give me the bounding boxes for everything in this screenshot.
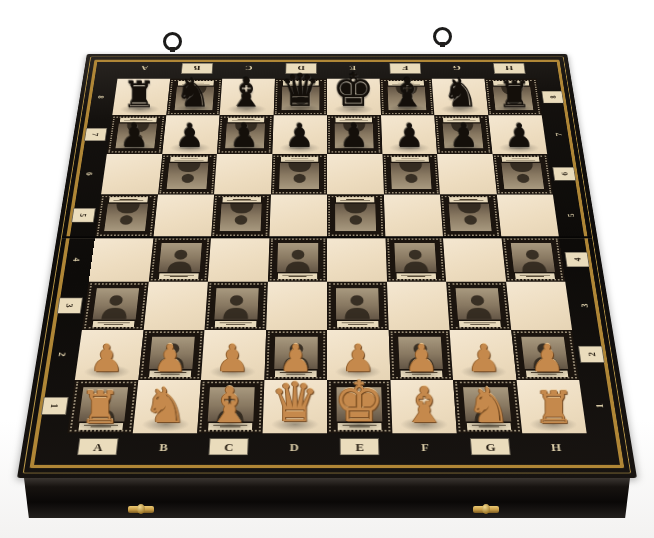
square-h6[interactable] bbox=[492, 154, 553, 194]
portrait-art bbox=[327, 194, 385, 237]
square-h8[interactable]: ♜ bbox=[484, 79, 542, 116]
black-rook[interactable]: ♜ bbox=[123, 77, 156, 114]
square-f4[interactable] bbox=[385, 237, 446, 282]
file-label-bottom-g: G bbox=[470, 438, 511, 455]
square-a2[interactable]: ♟ bbox=[75, 330, 143, 380]
square-h7[interactable]: ♟ bbox=[488, 115, 547, 153]
square-b7[interactable]: ♟ bbox=[162, 115, 220, 153]
black-king[interactable]: ♚ bbox=[333, 67, 375, 113]
portrait-art bbox=[385, 237, 446, 282]
black-pawn[interactable]: ♟ bbox=[175, 119, 205, 152]
brass-latch-icon bbox=[128, 506, 154, 513]
file-label-top-g: G bbox=[441, 63, 473, 74]
square-d3[interactable] bbox=[266, 282, 327, 330]
file-label-bottom-a: A bbox=[77, 438, 118, 455]
square-c7[interactable]: ♟ bbox=[217, 115, 273, 153]
portrait-art bbox=[138, 330, 205, 380]
square-c8[interactable]: ♝ bbox=[220, 79, 275, 116]
portrait-art bbox=[67, 380, 138, 433]
portrait-art bbox=[197, 380, 264, 433]
portrait-art bbox=[440, 194, 501, 237]
square-d1[interactable]: ♛ bbox=[262, 380, 327, 433]
rank-label-left-7: 7 bbox=[84, 128, 107, 141]
black-pawn[interactable]: ♟ bbox=[395, 119, 425, 152]
square-e3[interactable] bbox=[327, 282, 388, 330]
square-c2[interactable]: ♟ bbox=[201, 330, 266, 380]
rank-label-right-7: 7 bbox=[547, 128, 570, 141]
rank-label-right-3: 3 bbox=[571, 298, 597, 314]
white-pawn[interactable]: ♟ bbox=[216, 339, 250, 377]
portrait-art bbox=[388, 330, 453, 380]
square-g7[interactable]: ♟ bbox=[434, 115, 492, 153]
white-bishop[interactable]: ♝ bbox=[402, 380, 447, 429]
square-f8[interactable]: ♝ bbox=[379, 79, 434, 116]
square-f5[interactable] bbox=[383, 194, 442, 237]
white-knight[interactable]: ♞ bbox=[143, 381, 187, 430]
square-h4[interactable] bbox=[501, 237, 565, 282]
black-pawn[interactable]: ♟ bbox=[230, 119, 260, 152]
square-a4[interactable] bbox=[89, 237, 153, 282]
rank-label-right-8: 8 bbox=[541, 91, 564, 103]
file-label-top-h: H bbox=[493, 63, 526, 74]
file-label-bottom-h: H bbox=[535, 438, 576, 455]
square-b6[interactable] bbox=[158, 154, 217, 194]
portrait-art bbox=[327, 282, 388, 330]
portrait-art bbox=[271, 154, 327, 194]
portrait-art bbox=[327, 380, 392, 433]
portrait-art bbox=[501, 237, 565, 282]
square-g3[interactable] bbox=[446, 282, 511, 330]
square-d2[interactable]: ♟ bbox=[264, 330, 327, 380]
hanging-ring-icon bbox=[163, 32, 182, 51]
rank-label-right-2: 2 bbox=[578, 346, 605, 363]
square-e8[interactable]: ♚ bbox=[327, 79, 381, 116]
square-e1[interactable]: ♚ bbox=[327, 380, 392, 433]
file-label-top-d: D bbox=[285, 63, 316, 74]
file-label-top-c: C bbox=[233, 63, 265, 74]
portrait-art bbox=[453, 380, 522, 433]
square-d5[interactable] bbox=[269, 194, 327, 237]
square-f1[interactable]: ♝ bbox=[390, 380, 457, 433]
square-h5[interactable] bbox=[496, 194, 559, 237]
black-pawn[interactable]: ♟ bbox=[120, 119, 150, 152]
portrait-art bbox=[211, 194, 270, 237]
portrait-art bbox=[82, 282, 148, 330]
file-label-bottom-f: F bbox=[405, 438, 445, 455]
portrait-art bbox=[158, 154, 217, 194]
rank-label-left-1: 1 bbox=[41, 397, 69, 415]
white-queen[interactable]: ♛ bbox=[270, 376, 319, 430]
square-c5[interactable] bbox=[211, 194, 270, 237]
square-h2[interactable]: ♟ bbox=[511, 330, 579, 380]
square-e4[interactable] bbox=[327, 237, 387, 282]
brass-latch-icon bbox=[473, 506, 499, 513]
portrait-art bbox=[264, 330, 327, 380]
square-d6[interactable] bbox=[271, 154, 327, 194]
square-a7[interactable]: ♟ bbox=[107, 115, 166, 153]
square-g5[interactable] bbox=[440, 194, 501, 237]
square-d7[interactable]: ♟ bbox=[272, 115, 327, 153]
rank-label-left-4: 4 bbox=[64, 252, 89, 267]
square-e5[interactable] bbox=[327, 194, 385, 237]
square-g6[interactable] bbox=[437, 154, 496, 194]
square-a8[interactable]: ♜ bbox=[112, 79, 170, 116]
file-label-top-a: A bbox=[129, 63, 162, 74]
square-b3[interactable] bbox=[143, 282, 208, 330]
portrait-art bbox=[382, 154, 440, 194]
square-a3[interactable] bbox=[82, 282, 148, 330]
black-knight[interactable]: ♞ bbox=[443, 73, 479, 113]
square-f2[interactable]: ♟ bbox=[388, 330, 453, 380]
portrait-art bbox=[446, 282, 511, 330]
rank-label-right-5: 5 bbox=[558, 208, 583, 222]
rank-label-left-2: 2 bbox=[49, 346, 76, 363]
black-pawn[interactable]: ♟ bbox=[449, 119, 479, 152]
square-g1[interactable]: ♞ bbox=[453, 380, 522, 433]
square-e6[interactable] bbox=[327, 154, 383, 194]
square-c6[interactable] bbox=[214, 154, 272, 194]
board-frame: ♜♞♝♛♚♝♞♜♟♟♟♟♟♟♟♟♟♟♟♟♟♟♟♟♜♞♝♛♚♝♞♜ AA88BB7… bbox=[17, 54, 637, 478]
file-label-bottom-d: D bbox=[274, 438, 314, 455]
portrait-art bbox=[492, 154, 553, 194]
white-rook[interactable]: ♜ bbox=[533, 385, 574, 430]
black-pawn[interactable]: ♟ bbox=[504, 119, 534, 152]
square-b4[interactable] bbox=[148, 237, 211, 282]
black-pawn[interactable]: ♟ bbox=[285, 119, 315, 152]
square-h1[interactable]: ♜ bbox=[516, 380, 587, 433]
square-b1[interactable]: ♞ bbox=[132, 380, 201, 433]
square-c1[interactable]: ♝ bbox=[197, 380, 264, 433]
white-pawn[interactable]: ♟ bbox=[467, 339, 501, 377]
rank-label-right-1: 1 bbox=[585, 397, 613, 415]
square-a5[interactable] bbox=[95, 194, 158, 237]
white-pawn[interactable]: ♟ bbox=[90, 339, 124, 377]
portrait-art bbox=[95, 194, 158, 237]
portrait-art bbox=[148, 237, 211, 282]
square-d4[interactable] bbox=[267, 237, 327, 282]
square-e7[interactable]: ♟ bbox=[327, 115, 382, 153]
square-b8[interactable]: ♞ bbox=[166, 79, 222, 116]
square-c4[interactable] bbox=[208, 237, 269, 282]
square-f6[interactable] bbox=[382, 154, 440, 194]
square-g8[interactable]: ♞ bbox=[432, 79, 488, 116]
square-a6[interactable] bbox=[101, 154, 162, 194]
square-c3[interactable] bbox=[204, 282, 267, 330]
black-knight[interactable]: ♞ bbox=[175, 73, 211, 113]
file-label-top-b: B bbox=[181, 63, 213, 74]
square-d8[interactable]: ♛ bbox=[273, 79, 327, 116]
chess-set-photo: ♜♞♝♛♚♝♞♜♟♟♟♟♟♟♟♟♟♟♟♟♟♟♟♟♜♞♝♛♚♝♞♜ AA88BB7… bbox=[0, 0, 654, 538]
square-b5[interactable] bbox=[153, 194, 214, 237]
black-queen[interactable]: ♛ bbox=[280, 69, 320, 113]
rank-label-left-8: 8 bbox=[90, 91, 113, 103]
file-label-bottom-c: C bbox=[209, 438, 249, 455]
file-label-bottom-e: E bbox=[340, 438, 380, 455]
square-b2[interactable]: ♟ bbox=[138, 330, 205, 380]
portrait-art bbox=[204, 282, 267, 330]
rank-label-right-4: 4 bbox=[565, 252, 590, 267]
board-grid: ♜♞♝♛♚♝♞♜♟♟♟♟♟♟♟♟♟♟♟♟♟♟♟♟♜♞♝♛♚♝♞♜ bbox=[67, 79, 586, 433]
square-g4[interactable] bbox=[443, 237, 506, 282]
file-label-top-f: F bbox=[389, 63, 421, 74]
square-h3[interactable] bbox=[506, 282, 572, 330]
portrait-art bbox=[267, 237, 327, 282]
portrait-art bbox=[511, 330, 579, 380]
file-label-top-e: E bbox=[337, 63, 368, 74]
black-bishop[interactable]: ♝ bbox=[389, 73, 426, 114]
square-f3[interactable] bbox=[387, 282, 450, 330]
rank-label-left-6: 6 bbox=[78, 167, 102, 181]
square-f7[interactable]: ♟ bbox=[381, 115, 437, 153]
black-rook[interactable]: ♜ bbox=[498, 77, 531, 114]
square-a1[interactable]: ♜ bbox=[67, 380, 138, 433]
rank-label-left-5: 5 bbox=[71, 208, 96, 222]
rank-label-right-6: 6 bbox=[552, 167, 576, 181]
rank-label-left-3: 3 bbox=[57, 298, 83, 314]
box-front-edge bbox=[24, 478, 630, 518]
black-bishop[interactable]: ♝ bbox=[228, 73, 265, 114]
black-pawn[interactable]: ♟ bbox=[340, 119, 370, 152]
hanging-ring-icon bbox=[433, 27, 452, 46]
square-g2[interactable]: ♟ bbox=[450, 330, 517, 380]
chessboard[interactable]: ♜♞♝♛♚♝♞♜♟♟♟♟♟♟♟♟♟♟♟♟♟♟♟♟♜♞♝♛♚♝♞♜ AA88BB7… bbox=[17, 54, 637, 478]
file-label-bottom-b: B bbox=[143, 438, 184, 455]
